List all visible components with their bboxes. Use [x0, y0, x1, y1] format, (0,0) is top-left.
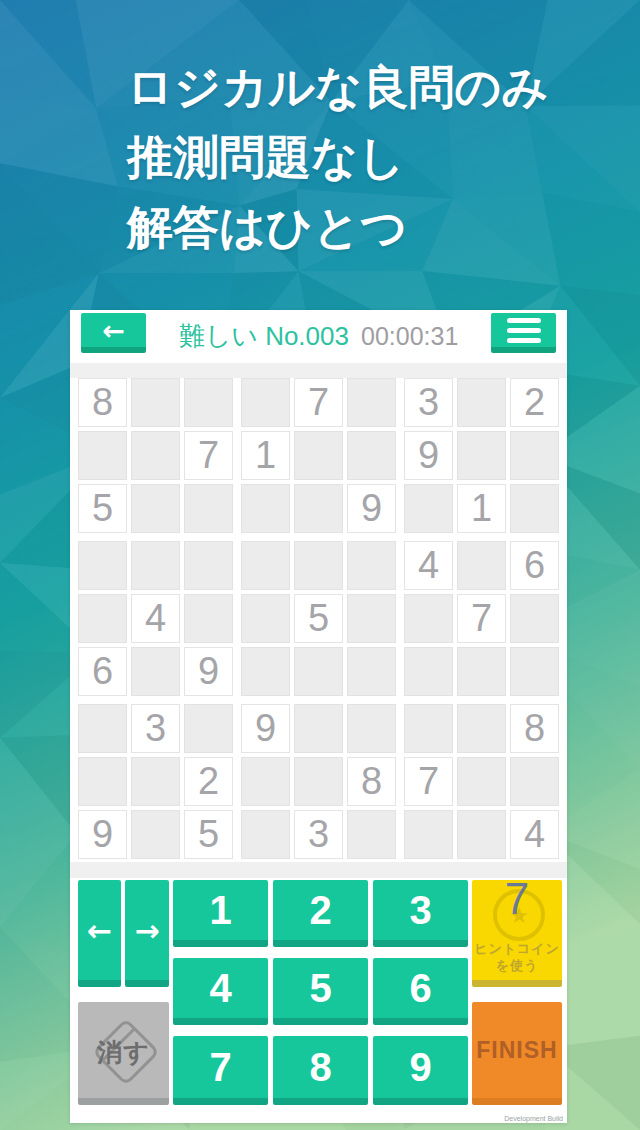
back-arrow-icon: ←: [102, 315, 125, 346]
cell-r3c1[interactable]: 5: [78, 484, 127, 533]
cell-r6c2[interactable]: [131, 647, 180, 696]
cell-r1c2[interactable]: [131, 378, 180, 427]
cell-r4c4[interactable]: [241, 541, 290, 590]
sudoku-block-5: 467: [404, 541, 559, 696]
puzzle-header: 難しい No.003 00:00:31: [150, 310, 487, 363]
cell-r3c8[interactable]: 1: [457, 484, 506, 533]
cell-r7c8[interactable]: [457, 704, 506, 753]
cell-r3c4[interactable]: [241, 484, 290, 533]
digit-button-9[interactable]: 9: [373, 1036, 468, 1105]
puzzle-title: 難しい No.003: [179, 319, 349, 354]
timer: 00:00:31: [361, 322, 458, 351]
cell-r6c8[interactable]: [457, 647, 506, 696]
cell-r3c2[interactable]: [131, 484, 180, 533]
cell-r1c6[interactable]: [347, 378, 396, 427]
cell-r9c1[interactable]: 9: [78, 810, 127, 859]
control-pad: ← → 消す 123456789 ★ 7 ヒントコイン を使う: [78, 878, 562, 1114]
header-divider: [70, 363, 567, 378]
sudoku-block-7: 983: [241, 704, 396, 859]
sudoku-block-2: 3291: [404, 378, 559, 533]
digit-button-1[interactable]: 1: [173, 880, 268, 947]
cell-r9c9[interactable]: 4: [510, 810, 559, 859]
cell-r2c4[interactable]: 1: [241, 431, 290, 480]
cell-r4c6[interactable]: [347, 541, 396, 590]
right-arrow-icon: →: [134, 913, 159, 948]
cell-r8c8[interactable]: [457, 757, 506, 806]
cell-r5c4[interactable]: [241, 594, 290, 643]
cell-r7c3[interactable]: [184, 704, 233, 753]
cell-r9c8[interactable]: [457, 810, 506, 859]
cell-r8c1[interactable]: [78, 757, 127, 806]
cell-r3c9[interactable]: [510, 484, 559, 533]
cell-r4c1[interactable]: [78, 541, 127, 590]
hint-coin-count: 7: [472, 874, 562, 924]
digit-button-8[interactable]: 8: [273, 1036, 368, 1105]
cell-r5c9[interactable]: [510, 594, 559, 643]
digit-button-7[interactable]: 7: [173, 1036, 268, 1105]
menu-button[interactable]: [491, 313, 556, 353]
cell-r3c7[interactable]: [404, 484, 453, 533]
cell-r5c8[interactable]: 7: [457, 594, 506, 643]
erase-button[interactable]: 消す: [78, 1002, 169, 1105]
back-button[interactable]: ←: [81, 313, 146, 353]
cell-r2c1[interactable]: [78, 431, 127, 480]
cell-r5c1[interactable]: [78, 594, 127, 643]
app-tagline: ロジカルな良問のみ 推測問題なし 解答はひとつ: [127, 52, 549, 262]
cell-r1c8[interactable]: [457, 378, 506, 427]
number-pad: 123456789: [173, 878, 468, 1114]
cell-r7c2[interactable]: 3: [131, 704, 180, 753]
sudoku-block-0: 875: [78, 378, 233, 533]
cell-r7c6[interactable]: [347, 704, 396, 753]
digit-button-4[interactable]: 4: [173, 958, 268, 1025]
cell-r9c4[interactable]: [241, 810, 290, 859]
digit-button-6[interactable]: 6: [373, 958, 468, 1025]
cell-r2c5[interactable]: [294, 431, 343, 480]
cell-r7c1[interactable]: [78, 704, 127, 753]
cell-r6c4[interactable]: [241, 647, 290, 696]
cell-r8c9[interactable]: [510, 757, 559, 806]
sudoku-block-6: 3295: [78, 704, 233, 859]
cell-r5c7[interactable]: [404, 594, 453, 643]
erase-label: 消す: [91, 1036, 157, 1069]
tagline-line-1: ロジカルな良問のみ: [127, 52, 549, 122]
cell-r8c5[interactable]: [294, 757, 343, 806]
cell-r4c7[interactable]: 4: [404, 541, 453, 590]
finish-button[interactable]: FINISH: [472, 1002, 562, 1105]
cell-r2c9[interactable]: [510, 431, 559, 480]
cell-r8c6[interactable]: 8: [347, 757, 396, 806]
cell-r3c5[interactable]: [294, 484, 343, 533]
cell-r7c4[interactable]: 9: [241, 704, 290, 753]
hamburger-icon: [507, 318, 541, 323]
cell-r1c4[interactable]: [241, 378, 290, 427]
cell-r7c7[interactable]: [404, 704, 453, 753]
cell-r5c5[interactable]: 5: [294, 594, 343, 643]
digit-button-2[interactable]: 2: [273, 880, 368, 947]
cell-r6c3[interactable]: 9: [184, 647, 233, 696]
cell-r7c9[interactable]: 8: [510, 704, 559, 753]
finish-label: FINISH: [476, 1037, 557, 1064]
tagline-line-3: 解答はひとつ: [127, 192, 549, 262]
cell-r9c2[interactable]: [131, 810, 180, 859]
cell-r2c3[interactable]: 7: [184, 431, 233, 480]
hint-coin-button[interactable]: ★ 7 ヒントコイン を使う: [472, 880, 562, 987]
redo-next-button[interactable]: →: [125, 880, 169, 987]
cell-r1c1[interactable]: 8: [78, 378, 127, 427]
cell-r1c3[interactable]: [184, 378, 233, 427]
cell-r4c2[interactable]: [131, 541, 180, 590]
cell-r8c7[interactable]: 7: [404, 757, 453, 806]
cell-r6c5[interactable]: [294, 647, 343, 696]
cell-r6c7[interactable]: [404, 647, 453, 696]
cell-r2c8[interactable]: [457, 431, 506, 480]
sudoku-grid: 875719329146954673295983874: [78, 378, 559, 859]
cell-r1c7[interactable]: 3: [404, 378, 453, 427]
cell-r4c8[interactable]: [457, 541, 506, 590]
cell-r9c5[interactable]: 3: [294, 810, 343, 859]
cell-r5c6[interactable]: [347, 594, 396, 643]
sudoku-block-8: 874: [404, 704, 559, 859]
cell-r8c4[interactable]: [241, 757, 290, 806]
cell-r9c7[interactable]: [404, 810, 453, 859]
sudoku-block-1: 719: [241, 378, 396, 533]
sudoku-panel: ← 難しい No.003 00:00:31 875719329146954673…: [70, 310, 567, 1123]
cell-r6c6[interactable]: [347, 647, 396, 696]
cell-r5c3[interactable]: [184, 594, 233, 643]
cell-r1c9[interactable]: 2: [510, 378, 559, 427]
cell-r4c5[interactable]: [294, 541, 343, 590]
sudoku-block-3: 469: [78, 541, 233, 696]
cell-r2c6[interactable]: [347, 431, 396, 480]
cell-r4c3[interactable]: [184, 541, 233, 590]
left-arrow-icon: ←: [87, 913, 112, 948]
cell-r8c2[interactable]: [131, 757, 180, 806]
sudoku-block-4: 5: [241, 541, 396, 696]
cell-r3c3[interactable]: [184, 484, 233, 533]
cell-r6c9[interactable]: [510, 647, 559, 696]
cell-r6c1[interactable]: 6: [78, 647, 127, 696]
cell-r8c3[interactable]: 2: [184, 757, 233, 806]
cell-r9c6[interactable]: [347, 810, 396, 859]
cell-r3c6[interactable]: 9: [347, 484, 396, 533]
undo-prev-button[interactable]: ←: [78, 880, 121, 987]
cell-r7c5[interactable]: [294, 704, 343, 753]
cell-r2c2[interactable]: [131, 431, 180, 480]
digit-button-3[interactable]: 3: [373, 880, 468, 947]
cell-r4c9[interactable]: 6: [510, 541, 559, 590]
hint-label: ヒントコイン を使う: [472, 940, 562, 974]
cell-r2c7[interactable]: 9: [404, 431, 453, 480]
cell-r5c2[interactable]: 4: [131, 594, 180, 643]
tagline-line-2: 推測問題なし: [127, 122, 549, 192]
cell-r9c3[interactable]: 5: [184, 810, 233, 859]
cell-r1c5[interactable]: 7: [294, 378, 343, 427]
digit-button-5[interactable]: 5: [273, 958, 368, 1025]
watermark: Development Build: [504, 1115, 563, 1122]
